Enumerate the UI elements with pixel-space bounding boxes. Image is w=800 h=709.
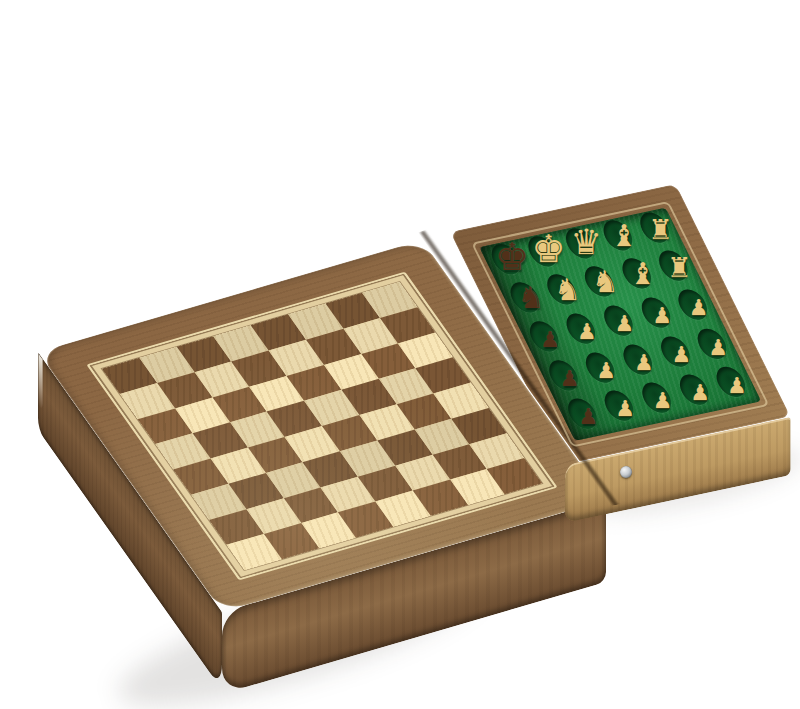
chess-piece-light-pawn: ♟ — [653, 391, 673, 413]
chess-piece-light-bishop: ♝ — [629, 260, 656, 290]
chess-piece-dark-pawn: ♟ — [578, 406, 598, 428]
chess-piece-light-king: ♚ — [532, 230, 566, 268]
chessboard — [102, 282, 542, 570]
chess-piece-light-knight: ♞ — [592, 268, 619, 298]
chess-piece-light-pawn: ♟ — [727, 375, 747, 397]
chess-piece-light-pawn: ♟ — [708, 336, 728, 358]
chess-piece-light-queen: ♛ — [570, 224, 601, 259]
drawer-slot-seam — [38, 354, 42, 412]
chess-piece-light-pawn: ♟ — [596, 360, 616, 382]
chess-piece-light-rook: ♜ — [648, 216, 672, 243]
chess-piece-light-pawn: ♟ — [577, 321, 597, 343]
chess-piece-light-pawn: ♟ — [634, 352, 654, 374]
chess-piece-dark-knight: ♞ — [517, 283, 544, 313]
chess-piece-light-pawn: ♟ — [690, 383, 710, 405]
chess-piece-light-pawn: ♟ — [689, 297, 709, 319]
chess-piece-light-pawn: ♟ — [671, 344, 691, 366]
chess-piece-light-pawn: ♟ — [615, 313, 635, 335]
chess-piece-dark-king: ♚ — [495, 238, 529, 276]
drawer-screw-icon — [620, 466, 632, 478]
chess-set-photo: ♚♚♛♝♜♞♞♞♝♜♟♟♟♟♟♟♟♟♟♟♟♟♟♟♟ — [0, 0, 800, 709]
chess-piece-dark-pawn: ♟ — [559, 368, 579, 390]
chess-piece-light-bishop: ♝ — [610, 221, 637, 251]
chess-piece-light-knight: ♞ — [555, 275, 582, 305]
chess-piece-light-pawn: ♟ — [616, 399, 636, 421]
chess-piece-light-pawn: ♟ — [652, 305, 672, 327]
chess-piece-dark-pawn: ♟ — [540, 329, 560, 351]
chess-piece-light-rook: ♜ — [668, 254, 692, 281]
